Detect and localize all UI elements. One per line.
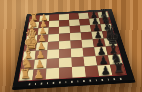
square-g4[interactable] [59,57,72,67]
piece-white-pawn[interactable]: ♟ [32,68,46,80]
square-h5[interactable] [72,66,86,77]
board-grid: ♜♟♟♜♞♟♟♞♝♟♟♝♛♟♟♛♚♟♟♚♝♟♟♝♞♟♟♞♜♟♟♜ [18,11,127,81]
board-3d-plane: ♜♟♟♜♞♟♟♞♝♟♟♝♛♟♟♛♚♟♟♚♝♟♟♝♞♟♟♞♜♟♟♜ [12,9,134,87]
square-h8[interactable]: ♜ [110,64,126,75]
table-surface: ♜♟♟♜♞♟♟♞♝♟♟♝♛♟♟♛♚♟♟♚♝♟♟♝♞♟♟♞♜♟♟♜ [0,0,142,92]
piece-black-pawn[interactable]: ♟ [98,64,112,76]
square-d3[interactable] [48,34,59,42]
square-d6[interactable] [81,32,93,40]
square-h7[interactable]: ♟ [97,65,112,76]
piece-black-rook[interactable]: ♜ [112,62,126,75]
square-h4[interactable] [59,67,72,78]
square-h2[interactable]: ♟ [32,69,46,80]
square-f5[interactable] [71,48,84,57]
board-frame: ♜♟♟♜♞♟♟♞♝♟♟♝♛♟♟♛♚♟♟♚♝♟♟♝♞♟♟♞♜♟♟♜ [12,9,134,87]
square-h3[interactable] [46,68,59,79]
piece-white-rook[interactable]: ♜ [18,67,32,80]
